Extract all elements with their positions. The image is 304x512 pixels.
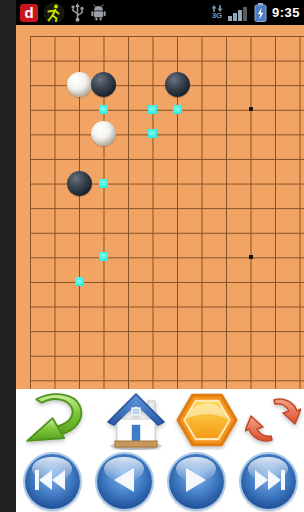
network-3g-icon: 3G xyxy=(211,5,223,20)
go-board[interactable] xyxy=(16,25,304,389)
black-stone xyxy=(67,171,92,196)
last-move-button[interactable] xyxy=(241,454,296,509)
home-icon xyxy=(103,389,169,451)
refresh-icon xyxy=(245,394,301,446)
first-move-button[interactable] xyxy=(25,454,80,509)
clock: 9:35 xyxy=(272,5,300,20)
candidate-move-marker[interactable] xyxy=(173,105,182,114)
move-navigation xyxy=(16,450,304,512)
status-bar-system-icons: 3G 9:35 xyxy=(211,3,304,22)
green-curved-arrow-icon xyxy=(20,390,96,450)
candidate-move-marker[interactable] xyxy=(75,277,84,286)
hexagon-button[interactable] xyxy=(176,391,238,449)
candidate-move-marker[interactable] xyxy=(148,105,157,114)
skip-to-end-icon xyxy=(251,469,285,491)
app-screen: d xyxy=(16,0,304,512)
candidate-move-marker[interactable] xyxy=(99,252,108,261)
battery-charging-icon xyxy=(254,3,267,22)
usb-icon xyxy=(70,3,85,23)
green-arrow-button[interactable] xyxy=(20,390,96,450)
previous-icon xyxy=(112,467,136,493)
status-bar-notifications: d xyxy=(16,2,107,24)
usb-debugging-android-icon xyxy=(90,4,107,21)
status-bar: d xyxy=(16,0,304,25)
pedometer-runner-icon xyxy=(43,2,65,24)
hexagon-icon xyxy=(176,391,238,449)
network-label: 3G xyxy=(212,12,223,20)
star-point xyxy=(249,107,253,111)
black-stone xyxy=(165,72,190,97)
home-button[interactable] xyxy=(103,389,169,451)
next-move-button[interactable] xyxy=(169,454,224,509)
docomo-d-icon: d xyxy=(20,4,38,22)
candidate-move-marker[interactable] xyxy=(99,179,108,188)
refresh-button[interactable] xyxy=(245,394,301,446)
signal-bars-icon xyxy=(228,5,249,21)
skip-to-start-icon xyxy=(35,469,69,491)
candidate-move-marker[interactable] xyxy=(99,105,108,114)
previous-move-button[interactable] xyxy=(97,454,152,509)
next-icon xyxy=(184,467,208,493)
star-point xyxy=(249,255,253,259)
white-stone xyxy=(67,72,92,97)
candidate-move-marker[interactable] xyxy=(148,129,157,138)
toolbar xyxy=(16,389,304,450)
